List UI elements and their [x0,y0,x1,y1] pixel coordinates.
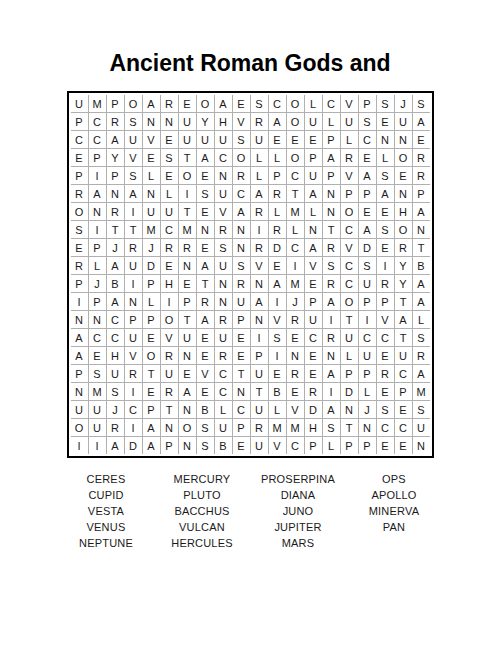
grid-cell: U [161,203,178,220]
grid-cell: P [323,167,340,184]
grid-cell: A [197,257,214,274]
grid-cell: O [179,419,196,436]
grid-cell: N [413,221,430,238]
grid-cell: T [179,149,196,166]
grid-cell: I [269,293,286,310]
grid-cell: N [323,347,340,364]
grid-cell: E [161,167,178,184]
grid-cell: B [215,437,232,454]
grid-cell: D [341,383,358,400]
word-list-item: PLUTO [154,487,250,503]
grid-cell: N [395,185,412,202]
grid-cell: U [161,365,178,382]
grid-cell: T [341,311,358,328]
grid-cell: C [89,131,106,148]
grid-cell: M [89,383,106,400]
grid-cell: R [341,149,358,166]
grid-cell: E [395,437,412,454]
grid-cell: I [125,383,142,400]
grid-cell: P [179,293,196,310]
word-list-item: VULCAN [154,519,250,535]
grid-cell: E [377,383,394,400]
grid-cell: J [359,401,376,418]
grid-cell: L [215,401,232,418]
grid-cell: Y [197,113,214,130]
grid-cell: E [305,347,322,364]
grid-cell: T [179,311,196,328]
grid-cell: C [215,149,232,166]
grid-cell: E [71,149,88,166]
word-list-item: JUNO [250,503,346,519]
grid-cell: U [125,329,142,346]
grid-cell: R [197,293,214,310]
grid-cell: N [215,167,232,184]
grid-cell: A [143,437,160,454]
grid-cell: R [107,203,124,220]
grid-cell: A [359,221,376,238]
grid-cell: L [341,347,358,364]
word-list-item: VESTA [58,503,154,519]
grid-cell: P [359,437,376,454]
grid-cell: L [377,149,394,166]
grid-cell: R [233,167,250,184]
grid-cell: T [197,275,214,292]
grid-cell: R [323,239,340,256]
grid-cell: T [395,293,412,310]
grid-cell: C [305,329,322,346]
grid-cell: C [233,185,250,202]
grid-cell: O [341,203,358,220]
grid-cell: A [107,293,124,310]
grid-cell: V [305,257,322,274]
grid-cell: R [251,203,268,220]
grid-cell: V [287,401,304,418]
grid-cell: N [71,311,88,328]
grid-cell: N [233,221,250,238]
grid-cell: S [233,131,250,148]
grid-cell: R [323,329,340,346]
word-list-item: APOLLO [346,487,442,503]
grid-cell: V [251,257,268,274]
grid-cell: H [395,203,412,220]
grid-cell: P [341,437,358,454]
grid-cell: M [269,419,286,436]
grid-cell: T [395,329,412,346]
grid-cell: I [377,257,394,274]
grid-cell: D [143,257,160,274]
grid-cell: A [323,365,340,382]
grid-cell: N [89,311,106,328]
grid-cell: P [161,437,178,454]
word-list-item: CERES [58,471,154,487]
grid-cell: R [413,149,430,166]
grid-cell: C [89,113,106,130]
grid-cell: U [107,365,124,382]
grid-cell: T [107,221,124,238]
grid-cell: A [269,113,286,130]
grid-cell: O [233,149,250,166]
word-list: CERESCUPIDVESTAVENUSNEPTUNE MERCURYPLUTO… [58,471,442,551]
grid-cell: L [143,293,160,310]
grid-cell: E [395,401,412,418]
grid-cell: N [251,275,268,292]
grid-cell: V [341,95,358,112]
word-list-item: JUPITER [250,519,346,535]
grid-cell: N [323,185,340,202]
word-list-item: PROSERPINA [250,471,346,487]
grid-cell: R [395,239,412,256]
grid-cell: O [395,149,412,166]
grid-cell: C [107,311,124,328]
grid-cell: U [179,329,196,346]
grid-cell: S [197,419,214,436]
grid-cell: R [161,347,178,364]
grid-cell: A [413,365,430,382]
grid-cell: N [215,275,232,292]
word-list-column: OPSAPOLLOMINERVAPAN [346,471,442,551]
grid-cell: U [413,419,430,436]
grid-cell: E [233,437,250,454]
grid-cell: E [179,275,196,292]
grid-cell: R [125,239,142,256]
grid-cell: U [359,275,376,292]
grid-cell: N [305,221,322,238]
grid-cell: A [359,167,376,184]
grid-cell: O [161,311,178,328]
grid-cell: E [89,347,106,364]
grid-cell: N [323,203,340,220]
grid-cell: O [125,95,142,112]
grid-cell: N [125,293,142,310]
grid-cell: R [413,167,430,184]
grid-cell: L [341,131,358,148]
grid-cell: U [125,257,142,274]
grid-cell: I [89,167,106,184]
grid-cell: P [71,167,88,184]
grid-cell: P [71,113,88,130]
grid-cell: S [377,221,394,238]
grid-cell: U [89,419,106,436]
grid-cell: D [125,437,142,454]
grid-cell: L [161,185,178,202]
grid-cell: S [215,239,232,256]
grid-cell: V [269,437,286,454]
grid-cell: U [341,113,358,130]
grid-cell: N [179,401,196,418]
grid-cell: C [341,221,358,238]
grid-cell: V [143,131,160,148]
grid-cell: Y [395,275,412,292]
grid-cell: C [323,95,340,112]
grid-cell: U [71,95,88,112]
grid-cell: B [269,383,286,400]
word-list-item: HERCULES [154,535,250,551]
grid-cell: U [89,401,106,418]
grid-cell: A [413,113,430,130]
grid-cell: U [359,347,376,364]
grid-cell: R [323,275,340,292]
grid-cell: R [215,311,232,328]
grid-cell: U [215,185,232,202]
grid-cell: C [71,131,88,148]
grid-cell: B [197,401,214,418]
grid-cell: U [179,131,196,148]
grid-cell: R [215,221,232,238]
grid-cell: S [197,185,214,202]
grid-cell: U [215,329,232,346]
grid-cell: S [233,257,250,274]
grid-cell: R [71,185,88,202]
grid-cell: A [89,185,106,202]
grid-cell: U [395,113,412,130]
grid-cell: C [233,401,250,418]
grid-cell: E [143,383,160,400]
grid-cell: U [251,437,268,454]
grid-cell: Y [395,257,412,274]
grid-cell: S [413,95,430,112]
grid-cell: A [395,311,412,328]
grid-cell: P [305,437,322,454]
grid-cell: O [71,203,88,220]
grid-cell: R [107,419,124,436]
grid-cell: H [107,347,124,364]
grid-cell: O [287,149,304,166]
grid-cell: I [269,347,286,364]
grid-cell: L [305,95,322,112]
grid-cell: A [251,185,268,202]
grid-cell: U [251,365,268,382]
grid-cell: U [233,293,250,310]
grid-cell: S [377,95,394,112]
grid-cell: C [215,365,232,382]
grid-cell: T [143,365,160,382]
grid-cell: S [359,257,376,274]
grid-cell: A [143,95,160,112]
grid-cell: O [71,419,88,436]
grid-cell: J [107,401,124,418]
grid-cell: H [305,419,322,436]
grid-cell: P [107,95,124,112]
grid-cell: P [359,365,376,382]
grid-cell: S [377,401,394,418]
grid-cell: A [143,419,160,436]
grid-cell: P [233,311,250,328]
grid-cell: S [161,149,178,166]
word-list-item: OPS [346,471,442,487]
grid-cell: O [287,95,304,112]
grid-cell: S [125,113,142,130]
grid-cell: L [413,311,430,328]
grid-cell: L [143,167,160,184]
grid-cell: P [125,311,142,328]
grid-cell: E [305,275,322,292]
grid-cell: S [125,167,142,184]
grid-cell: R [413,347,430,364]
grid-cell: N [395,131,412,148]
grid-cell: U [215,131,232,148]
grid-cell: R [215,347,232,364]
grid-cell: V [125,347,142,364]
grid-cell: A [107,131,124,148]
grid-cell: A [305,239,322,256]
grid-cell: L [269,203,286,220]
grid-cell: U [251,131,268,148]
grid-cell: T [287,185,304,202]
grid-cell: R [287,365,304,382]
grid-cell: T [323,221,340,238]
grid-cell: P [341,185,358,202]
grid-cell: U [305,167,322,184]
grid-cell: C [287,167,304,184]
grid-cell: N [143,185,160,202]
grid-cell: A [71,347,88,364]
word-list-item: MERCURY [154,471,250,487]
grid-cell: U [395,347,412,364]
grid-cell: S [323,419,340,436]
grid-cell: S [251,95,268,112]
grid-cell: P [341,365,358,382]
grid-cell: U [251,401,268,418]
grid-cell: C [125,401,142,418]
grid-cell: A [413,293,430,310]
grid-cell: A [125,185,142,202]
grid-cell: B [107,275,124,292]
grid-cell: U [341,329,358,346]
grid-cell: L [305,203,322,220]
grid-cell: L [251,149,268,166]
grid-cell: E [179,95,196,112]
grid-cell: E [161,131,178,148]
grid-cell: E [269,131,286,148]
grid-cell: U [143,203,160,220]
grid-cell: R [377,275,394,292]
grid-cell: P [359,185,376,202]
grid-cell: I [71,437,88,454]
grid-cell: D [269,239,286,256]
grid-cell: R [305,383,322,400]
grid-cell: E [143,149,160,166]
grid-cell: P [413,185,430,202]
word-list-item: BACCHUS [154,503,250,519]
grid-cell: E [395,167,412,184]
grid-cell: I [71,293,88,310]
grid-cell: E [71,239,88,256]
grid-cell: I [89,437,106,454]
grid-cell: T [341,419,358,436]
grid-cell: P [305,293,322,310]
grid-cell: P [107,167,124,184]
grid-cell: C [359,131,376,148]
grid-cell: P [143,275,160,292]
grid-cell: M [413,383,430,400]
grid-cell: U [179,113,196,130]
grid-cell: I [359,311,376,328]
grid-cell: C [359,329,376,346]
grid-cell: O [287,113,304,130]
grid-cell: N [197,221,214,238]
grid-cell: I [323,311,340,328]
grid-cell: N [107,185,124,202]
grid-cell: L [269,149,286,166]
grid-cell: U [215,419,232,436]
word-list-item: NEPTUNE [58,535,154,551]
grid-cell: C [341,275,358,292]
grid-cell: E [359,203,376,220]
grid-cell: J [287,293,304,310]
grid-cell: L [323,113,340,130]
grid-cell: E [197,347,214,364]
grid-cell: C [215,383,232,400]
grid-cell: V [377,311,394,328]
grid-cell: A [179,383,196,400]
grid-cell: P [323,131,340,148]
grid-cell: E [233,95,250,112]
grid-cell: C [161,221,178,238]
grid-cell: E [305,365,322,382]
grid-cell: U [197,131,214,148]
grid-cell: V [269,311,286,328]
grid-cell: E [377,347,394,364]
page: { "game": "word-search", "title": "Ancie… [0,0,500,647]
word-search-grid: UMPOAREOAESCOLCVPSJSPCRSNNUYHVRAOULUSEUA… [71,95,430,454]
word-list-item: DIANA [250,487,346,503]
grid-cell: L [89,257,106,274]
grid-cell: V [125,149,142,166]
grid-cell: P [251,347,268,364]
grid-cell: S [89,365,106,382]
grid-cell: P [89,149,106,166]
grid-cell: E [233,347,250,364]
grid-cell: E [287,383,304,400]
grid-cell: U [215,257,232,274]
grid-cell: E [233,329,250,346]
grid-cell: N [179,437,196,454]
grid-cell: I [323,383,340,400]
grid-cell: I [89,221,106,238]
grid-cell: E [197,239,214,256]
grid-cell: L [359,383,376,400]
grid-cell: E [287,131,304,148]
grid-cell: C [269,95,286,112]
grid-cell: S [197,437,214,454]
grid-cell: A [413,203,430,220]
grid-cell: I [287,257,304,274]
grid-cell: V [161,329,178,346]
grid-cell: U [71,401,88,418]
grid-cell: P [143,311,160,328]
word-list-item: MINERVA [346,503,442,519]
grid-cell: R [161,383,178,400]
grid-cell: P [89,293,106,310]
grid-cell: A [107,437,124,454]
grid-cell: U [305,113,322,130]
grid-cell: C [89,329,106,346]
grid-cell: N [251,311,268,328]
grid-cell: C [377,419,394,436]
grid-cell: S [269,329,286,346]
grid-cell: P [143,401,160,418]
grid-cell: E [377,437,394,454]
grid-cell: A [269,275,286,292]
grid-cell: B [413,257,430,274]
grid-cell: A [107,257,124,274]
grid-cell: N [161,419,178,436]
grid-cell: J [143,239,160,256]
grid-cell: N [179,347,196,364]
grid-cell: I [125,275,142,292]
grid-cell: E [179,365,196,382]
grid-cell: T [413,239,430,256]
